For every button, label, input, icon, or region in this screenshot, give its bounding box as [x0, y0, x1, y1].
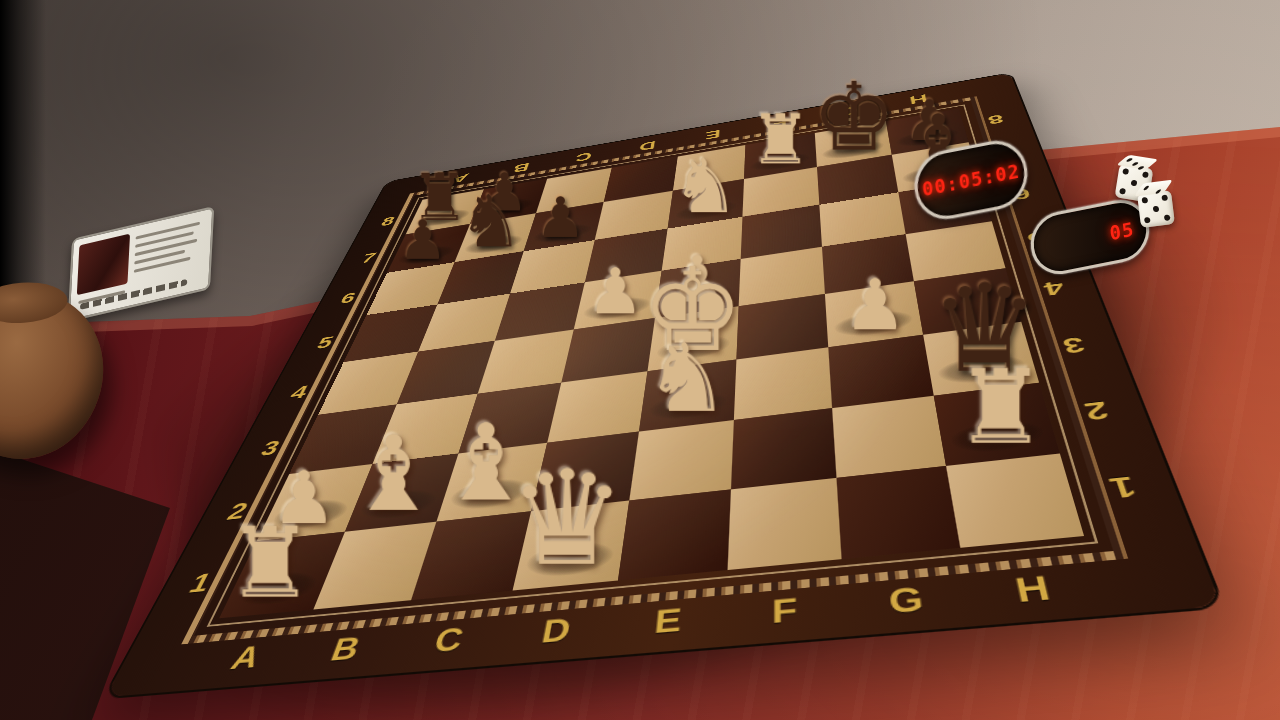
left-edge-shadow — [0, 0, 46, 330]
die-1-top-pip — [1137, 166, 1145, 170]
square-f1[interactable] — [728, 478, 842, 570]
square-g1[interactable] — [836, 466, 960, 559]
square-b4[interactable] — [397, 341, 495, 405]
die-1-pip — [1131, 180, 1138, 187]
die-1-pip — [1142, 171, 1149, 178]
square-d1[interactable]: ♛ — [513, 501, 630, 591]
square-h1[interactable] — [946, 453, 1084, 547]
die-1-pip — [1122, 168, 1129, 175]
die-2-pip — [1153, 206, 1160, 213]
clock-main-time: 00:05:02 — [921, 160, 1021, 201]
die-2-pip — [1144, 217, 1151, 224]
die-1-pip — [1119, 188, 1126, 195]
die-2-pip — [1164, 214, 1171, 221]
square-a1[interactable]: ♜ — [219, 532, 345, 619]
square-e2[interactable] — [629, 420, 734, 501]
square-f2[interactable] — [731, 408, 837, 489]
die-2-pip — [1161, 195, 1168, 202]
square-h2[interactable]: ♜ — [934, 383, 1060, 466]
piece-white-rook-h2[interactable]: ♜ — [923, 361, 1078, 456]
die-2[interactable] — [1137, 190, 1175, 228]
pouch-fold — [0, 280, 69, 326]
die-1-top-pip — [1125, 158, 1133, 162]
die-2-top-pip — [1154, 190, 1161, 195]
card-artwork — [77, 234, 130, 296]
die-2-pip — [1142, 197, 1149, 204]
die-2-top-pip — [1142, 186, 1149, 191]
die-1-top-pip — [1131, 162, 1139, 166]
square-e7[interactable]: ♞ — [668, 179, 744, 229]
clock-secondary-time: 05 — [1108, 217, 1135, 244]
